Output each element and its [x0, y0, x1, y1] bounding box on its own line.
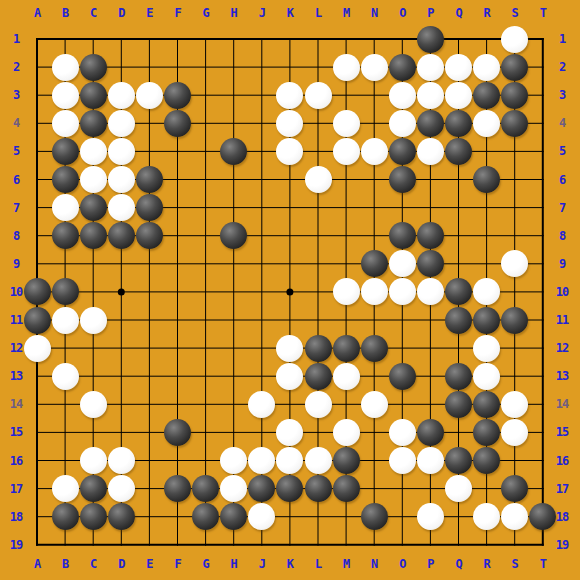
- stone-N14-white: [361, 391, 388, 418]
- stone-D16-white: [108, 447, 135, 474]
- stone-A12-white: [24, 335, 51, 362]
- stone-B7-white: [52, 194, 79, 221]
- stone-R13-white: [473, 363, 500, 390]
- stone-P9-black: [417, 250, 444, 277]
- stone-B8-black: [52, 222, 79, 249]
- stone-K15-white: [276, 419, 303, 446]
- stone-B4-white: [52, 110, 79, 137]
- stone-O4-white: [389, 110, 416, 137]
- stone-C3-black: [80, 82, 107, 109]
- stone-F15-black: [164, 419, 191, 446]
- stone-P18-white: [417, 503, 444, 530]
- stone-C2-black: [80, 54, 107, 81]
- stone-O8-black: [389, 222, 416, 249]
- stone-L14-white: [305, 391, 332, 418]
- stone-H8-black: [220, 222, 247, 249]
- stone-T18-black: [529, 503, 556, 530]
- stone-Q2-white: [445, 54, 472, 81]
- go-board-screenshot: AABBCCDDEEFFGGHHJJKKLLMMNNOOPPQQRRSSTT11…: [0, 0, 580, 580]
- stone-S4-black: [501, 110, 528, 137]
- stone-M16-black: [333, 447, 360, 474]
- stone-R18-white: [473, 503, 500, 530]
- stone-N9-black: [361, 250, 388, 277]
- stone-H5-black: [220, 138, 247, 165]
- stone-B11-white: [52, 307, 79, 334]
- stone-S2-black: [501, 54, 528, 81]
- stone-R16-black: [473, 447, 500, 474]
- stone-C16-white: [80, 447, 107, 474]
- stone-L13-black: [305, 363, 332, 390]
- stone-G17-black: [192, 475, 219, 502]
- stone-S17-black: [501, 475, 528, 502]
- stone-C8-black: [80, 222, 107, 249]
- stone-K16-white: [276, 447, 303, 474]
- stone-P5-white: [417, 138, 444, 165]
- stone-R11-black: [473, 307, 500, 334]
- stone-M13-white: [333, 363, 360, 390]
- stone-J16-white: [248, 447, 275, 474]
- stone-B10-black: [52, 278, 79, 305]
- stone-J17-black: [248, 475, 275, 502]
- stone-P4-black: [417, 110, 444, 137]
- stone-B17-white: [52, 475, 79, 502]
- stone-B3-white: [52, 82, 79, 109]
- stone-O9-white: [389, 250, 416, 277]
- stone-A11-black: [24, 307, 51, 334]
- stone-P10-white: [417, 278, 444, 305]
- stone-C17-black: [80, 475, 107, 502]
- stone-S14-white: [501, 391, 528, 418]
- stone-N10-white: [361, 278, 388, 305]
- stone-R6-black: [473, 166, 500, 193]
- stone-N2-white: [361, 54, 388, 81]
- stone-L6-white: [305, 166, 332, 193]
- stone-O16-white: [389, 447, 416, 474]
- stone-P15-black: [417, 419, 444, 446]
- stone-Q10-black: [445, 278, 472, 305]
- stone-S18-white: [501, 503, 528, 530]
- stone-S15-white: [501, 419, 528, 446]
- stone-P1-black: [417, 26, 444, 53]
- stone-M2-white: [333, 54, 360, 81]
- stone-J18-white: [248, 503, 275, 530]
- stone-D4-white: [108, 110, 135, 137]
- stone-Q16-black: [445, 447, 472, 474]
- stone-F3-black: [164, 82, 191, 109]
- stone-Q4-black: [445, 110, 472, 137]
- stone-Q11-black: [445, 307, 472, 334]
- stone-S3-black: [501, 82, 528, 109]
- stone-D3-white: [108, 82, 135, 109]
- stone-H18-black: [220, 503, 247, 530]
- stone-L17-black: [305, 475, 332, 502]
- stone-L3-white: [305, 82, 332, 109]
- stone-R3-black: [473, 82, 500, 109]
- stone-C14-white: [80, 391, 107, 418]
- stone-D18-black: [108, 503, 135, 530]
- stone-P3-white: [417, 82, 444, 109]
- stone-D7-white: [108, 194, 135, 221]
- stone-F4-black: [164, 110, 191, 137]
- stone-E3-white: [136, 82, 163, 109]
- stone-O2-black: [389, 54, 416, 81]
- stone-S1-white: [501, 26, 528, 53]
- stone-K17-black: [276, 475, 303, 502]
- stone-P2-white: [417, 54, 444, 81]
- stone-C18-black: [80, 503, 107, 530]
- stone-K13-white: [276, 363, 303, 390]
- stone-L12-black: [305, 335, 332, 362]
- stone-K12-white: [276, 335, 303, 362]
- stone-B2-white: [52, 54, 79, 81]
- stone-E8-black: [136, 222, 163, 249]
- stone-R4-white: [473, 110, 500, 137]
- stone-Q14-black: [445, 391, 472, 418]
- stone-S11-black: [501, 307, 528, 334]
- stone-Q17-white: [445, 475, 472, 502]
- stone-P16-white: [417, 447, 444, 474]
- stone-E7-black: [136, 194, 163, 221]
- stone-O5-black: [389, 138, 416, 165]
- stone-N18-black: [361, 503, 388, 530]
- stone-B5-black: [52, 138, 79, 165]
- stone-C6-white: [80, 166, 107, 193]
- stone-C7-black: [80, 194, 107, 221]
- stone-Q5-black: [445, 138, 472, 165]
- stone-R14-black: [473, 391, 500, 418]
- stone-M12-black: [333, 335, 360, 362]
- stone-D8-black: [108, 222, 135, 249]
- stone-B13-white: [52, 363, 79, 390]
- stone-H16-white: [220, 447, 247, 474]
- stone-R2-white: [473, 54, 500, 81]
- stone-K5-white: [276, 138, 303, 165]
- stone-D17-white: [108, 475, 135, 502]
- stone-M10-white: [333, 278, 360, 305]
- stone-M17-black: [333, 475, 360, 502]
- stone-O6-black: [389, 166, 416, 193]
- stone-Q13-black: [445, 363, 472, 390]
- stone-K4-white: [276, 110, 303, 137]
- stone-B18-black: [52, 503, 79, 530]
- stone-H17-white: [220, 475, 247, 502]
- stone-P8-black: [417, 222, 444, 249]
- stone-O3-white: [389, 82, 416, 109]
- stone-O10-white: [389, 278, 416, 305]
- stone-S9-white: [501, 250, 528, 277]
- stone-G18-black: [192, 503, 219, 530]
- stone-A10-black: [24, 278, 51, 305]
- stone-K3-white: [276, 82, 303, 109]
- stone-J14-white: [248, 391, 275, 418]
- stone-N5-white: [361, 138, 388, 165]
- stone-L16-white: [305, 447, 332, 474]
- stone-B6-black: [52, 166, 79, 193]
- stone-R10-white: [473, 278, 500, 305]
- stone-N12-black: [361, 335, 388, 362]
- stone-C4-black: [80, 110, 107, 137]
- stone-M15-white: [333, 419, 360, 446]
- stone-O15-white: [389, 419, 416, 446]
- stone-M4-white: [333, 110, 360, 137]
- stone-R12-white: [473, 335, 500, 362]
- stone-F17-black: [164, 475, 191, 502]
- stone-C11-white: [80, 307, 107, 334]
- stone-M5-white: [333, 138, 360, 165]
- stone-O13-black: [389, 363, 416, 390]
- stone-D5-white: [108, 138, 135, 165]
- stone-Q3-white: [445, 82, 472, 109]
- stone-D6-white: [108, 166, 135, 193]
- stone-C5-white: [80, 138, 107, 165]
- stone-E6-black: [136, 166, 163, 193]
- stone-R15-black: [473, 419, 500, 446]
- stones-layer: [0, 0, 580, 580]
